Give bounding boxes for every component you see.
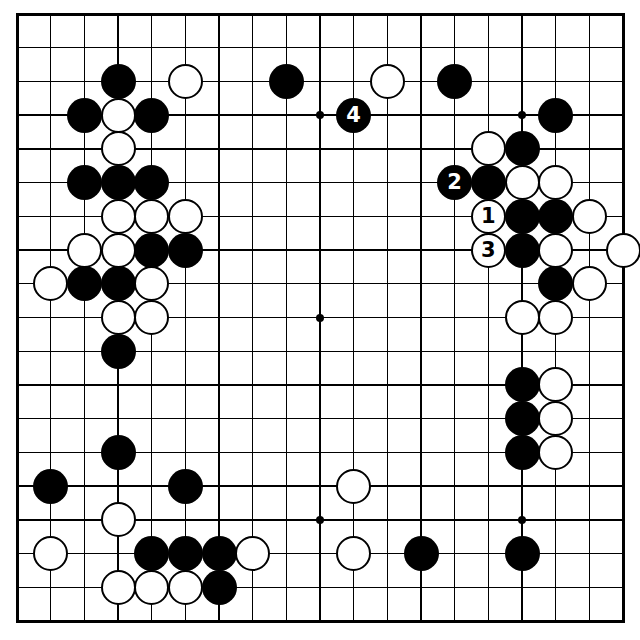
go-diagram: 4213 bbox=[0, 0, 640, 640]
black-stone bbox=[168, 469, 203, 504]
white-stone bbox=[101, 199, 136, 234]
white-stone-move-1: 1 bbox=[471, 199, 506, 234]
black-stone bbox=[67, 266, 102, 301]
white-stone bbox=[471, 131, 506, 166]
star-point bbox=[316, 516, 324, 524]
black-stone bbox=[168, 536, 203, 571]
black-stone bbox=[202, 570, 237, 605]
black-stone bbox=[505, 401, 540, 436]
white-stone bbox=[505, 300, 540, 335]
white-stone bbox=[235, 536, 270, 571]
white-stone bbox=[134, 300, 169, 335]
black-stone bbox=[505, 367, 540, 402]
white-stone bbox=[67, 233, 102, 268]
black-stone bbox=[437, 64, 472, 99]
black-stone bbox=[101, 165, 136, 200]
black-stone bbox=[134, 98, 169, 133]
black-stone bbox=[101, 64, 136, 99]
white-stone bbox=[572, 199, 607, 234]
white-stone bbox=[101, 131, 136, 166]
white-stone bbox=[101, 233, 136, 268]
white-stone bbox=[538, 435, 573, 470]
black-stone bbox=[101, 266, 136, 301]
white-stone bbox=[336, 536, 371, 571]
black-stone bbox=[33, 469, 68, 504]
black-stone bbox=[101, 334, 136, 369]
black-stone bbox=[134, 233, 169, 268]
black-stone bbox=[505, 199, 540, 234]
white-stone bbox=[101, 502, 136, 537]
star-point bbox=[518, 516, 526, 524]
white-stone bbox=[134, 199, 169, 234]
black-stone bbox=[67, 98, 102, 133]
white-stone bbox=[505, 165, 540, 200]
black-stone bbox=[269, 64, 304, 99]
black-stone bbox=[202, 536, 237, 571]
white-stone bbox=[370, 64, 405, 99]
black-stone bbox=[67, 165, 102, 200]
white-stone bbox=[336, 469, 371, 504]
white-stone bbox=[572, 266, 607, 301]
star-point bbox=[316, 314, 324, 322]
black-stone bbox=[101, 435, 136, 470]
white-stone bbox=[101, 98, 136, 133]
black-stone-move-4: 4 bbox=[336, 98, 371, 133]
black-stone bbox=[538, 199, 573, 234]
white-stone bbox=[538, 233, 573, 268]
white-stone bbox=[168, 570, 203, 605]
black-stone bbox=[404, 536, 439, 571]
black-stone bbox=[134, 536, 169, 571]
white-stone bbox=[101, 300, 136, 335]
black-stone bbox=[505, 131, 540, 166]
black-stone bbox=[505, 233, 540, 268]
black-stone bbox=[505, 536, 540, 571]
white-stone bbox=[606, 233, 640, 268]
white-stone bbox=[134, 570, 169, 605]
black-stone bbox=[538, 98, 573, 133]
black-stone bbox=[505, 435, 540, 470]
white-stone bbox=[168, 199, 203, 234]
white-stone-move-3: 3 bbox=[471, 233, 506, 268]
black-stone bbox=[168, 233, 203, 268]
white-stone bbox=[33, 536, 68, 571]
white-stone bbox=[538, 300, 573, 335]
black-stone bbox=[471, 165, 506, 200]
white-stone bbox=[168, 64, 203, 99]
white-stone bbox=[101, 570, 136, 605]
go-board: 4213 bbox=[0, 0, 640, 640]
